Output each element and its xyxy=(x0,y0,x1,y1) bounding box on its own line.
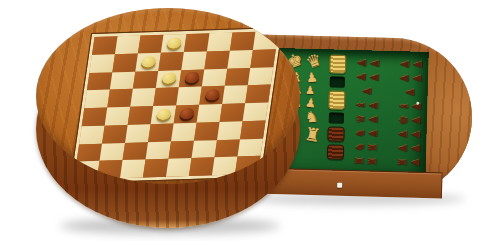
board-square[interactable] xyxy=(153,88,179,107)
dark-chess-piece[interactable]: ♟ xyxy=(409,142,421,154)
dark-chess-piece[interactable]: ♛ xyxy=(354,112,366,124)
dark-chess-piece[interactable]: ♜ xyxy=(367,140,379,152)
dark-checker-stack[interactable] xyxy=(327,126,344,141)
dark-piece-row: ♛♟ xyxy=(354,112,379,125)
board-square[interactable] xyxy=(84,90,110,109)
dark-piece-row: ♟ xyxy=(361,84,373,96)
board-square[interactable] xyxy=(128,106,154,125)
board-square[interactable] xyxy=(181,51,207,70)
dark-piece-row: ♟♟ xyxy=(397,141,422,154)
storage-slot xyxy=(328,112,343,123)
board-square[interactable] xyxy=(120,160,146,179)
light-chess-piece[interactable]: ♜ xyxy=(303,125,322,145)
board-square[interactable] xyxy=(176,87,202,106)
dark-chess-piece[interactable]: ♟ xyxy=(410,128,422,140)
board-square[interactable] xyxy=(184,33,210,52)
dark-chess-piece[interactable]: ♟ xyxy=(361,84,373,96)
dark-piece-row: ♟ xyxy=(404,85,416,97)
dark-piece-row: ♝♟ xyxy=(398,99,423,112)
board-square[interactable] xyxy=(112,53,138,72)
board-square[interactable] xyxy=(237,138,263,157)
dark-piece-row: ♟♟ xyxy=(356,56,381,69)
board-square[interactable] xyxy=(77,143,103,162)
round-chess-board xyxy=(36,8,300,184)
board-square[interactable] xyxy=(207,33,233,52)
dark-piece-row: ♟♟ xyxy=(397,127,422,140)
board-square[interactable] xyxy=(215,139,241,158)
dark-chess-piece[interactable]: ♞ xyxy=(354,140,366,152)
board-square[interactable] xyxy=(166,158,192,177)
dark-chess-piece[interactable]: ♟ xyxy=(399,57,411,69)
board-square[interactable] xyxy=(169,140,195,159)
dark-chess-piece[interactable]: ♟ xyxy=(397,141,409,153)
board-square[interactable] xyxy=(100,143,126,162)
dark-chess-piece[interactable]: ♟ xyxy=(369,56,381,68)
board-square[interactable] xyxy=(133,70,159,89)
dark-chess-piece[interactable]: ♚ xyxy=(397,113,409,125)
dark-piece-row: ♚♟ xyxy=(397,113,422,126)
dark-chess-piece[interactable]: ♟ xyxy=(367,112,379,124)
board-square[interactable] xyxy=(245,85,271,104)
board-square[interactable] xyxy=(92,36,118,55)
board-square[interactable] xyxy=(143,159,169,178)
dark-chess-piece[interactable]: ♟ xyxy=(368,98,380,110)
board-square[interactable] xyxy=(79,125,105,144)
board-square[interactable] xyxy=(102,125,128,144)
dark-chess-piece[interactable]: ♟ xyxy=(404,85,416,97)
felt-highlight-speck xyxy=(416,102,419,105)
board-square[interactable] xyxy=(110,71,136,90)
dark-chess-piece[interactable]: ♜ xyxy=(353,154,365,166)
dark-piece-row: ♞♜ xyxy=(354,140,379,153)
dark-chess-piece[interactable]: ♜ xyxy=(366,154,378,166)
board-square[interactable] xyxy=(87,72,113,91)
dark-chess-piece[interactable]: ♟ xyxy=(397,127,409,139)
dark-chess-piece[interactable]: ♝ xyxy=(398,99,410,111)
board-square[interactable] xyxy=(202,68,228,87)
board-grid xyxy=(71,28,282,183)
board-square[interactable] xyxy=(204,50,230,69)
board-square[interactable] xyxy=(225,68,251,87)
dark-piece-row: ♟♟ xyxy=(398,71,423,84)
checker-stacks-column xyxy=(324,54,349,160)
dark-chess-piece[interactable]: ♜ xyxy=(396,155,408,167)
board-square[interactable] xyxy=(222,85,248,104)
dark-chess-piece[interactable]: ♟ xyxy=(410,114,422,126)
board-square[interactable] xyxy=(107,89,133,108)
dark-chess-piece[interactable]: ♟ xyxy=(412,58,424,70)
board-square[interactable] xyxy=(217,121,243,140)
board-square[interactable] xyxy=(240,120,266,139)
product-photo-chess-set: ♚♛♝♟♟♟♟♟♝♞♜♜ ♟♟♟♟♟♝♟♛♟♞♟♞♜♜♜ ♟♟♟♟♟♝♟♚♟♟♟… xyxy=(0,0,480,241)
dark-chess-piece[interactable]: ♞ xyxy=(354,126,366,138)
dark-piece-row: ♜♜ xyxy=(353,154,378,167)
board-square[interactable] xyxy=(130,88,156,107)
dark-checker-stack[interactable] xyxy=(326,144,343,159)
board-square[interactable] xyxy=(250,49,276,68)
dark-chess-piece[interactable]: ♟ xyxy=(398,71,410,83)
board-square[interactable] xyxy=(125,124,151,143)
dark-piece-row: ♟♟ xyxy=(355,70,380,83)
board-square[interactable] xyxy=(189,157,215,176)
board-square[interactable] xyxy=(148,123,174,142)
dark-chess-piece[interactable]: ♝ xyxy=(355,98,367,110)
board-square[interactable] xyxy=(158,52,184,71)
board-square[interactable] xyxy=(105,107,131,126)
dark-pieces-column-b: ♟♟♟♟♟♝♟♚♟♟♟♟♟♜♟ xyxy=(393,57,428,168)
dark-piece-row: ♞♟ xyxy=(354,126,379,139)
board-square[interactable] xyxy=(171,123,197,142)
board-square[interactable] xyxy=(192,140,218,159)
board-square[interactable] xyxy=(230,32,256,51)
light-checker-stack[interactable] xyxy=(328,90,345,109)
dark-chess-piece[interactable]: ♟ xyxy=(368,70,380,82)
board-square[interactable] xyxy=(220,103,246,122)
dark-piece-row: ♟♟ xyxy=(399,57,424,70)
dark-chess-piece[interactable]: ♟ xyxy=(411,72,423,84)
dark-piece-row: ♜♟ xyxy=(396,155,421,168)
board-square[interactable] xyxy=(197,104,223,123)
light-checker-stack[interactable] xyxy=(329,54,346,73)
board-square[interactable] xyxy=(123,142,149,161)
board-square[interactable] xyxy=(194,122,220,141)
board-square[interactable] xyxy=(138,35,164,54)
board-square[interactable] xyxy=(243,102,269,121)
dark-chess-piece[interactable]: ♟ xyxy=(367,126,379,138)
dark-chess-piece[interactable]: ♟ xyxy=(355,70,367,82)
board-square[interactable] xyxy=(115,35,141,54)
board-square[interactable] xyxy=(227,50,253,69)
dark-piece-row: ♝♟ xyxy=(355,98,380,111)
board-square[interactable] xyxy=(82,108,108,127)
light-chess-piece[interactable]: ♟ xyxy=(305,70,318,84)
drawer-magnet-knob[interactable] xyxy=(337,183,342,188)
dark-chess-piece[interactable]: ♟ xyxy=(356,56,368,68)
storage-slot xyxy=(329,76,344,87)
dark-pieces-column-a: ♟♟♟♟♟♝♟♛♟♞♟♞♜♜♜ xyxy=(350,56,385,167)
dark-chess-piece[interactable]: ♟ xyxy=(409,156,421,168)
board-square[interactable] xyxy=(146,141,172,160)
board-square[interactable] xyxy=(89,54,115,73)
board-square[interactable] xyxy=(248,67,274,86)
